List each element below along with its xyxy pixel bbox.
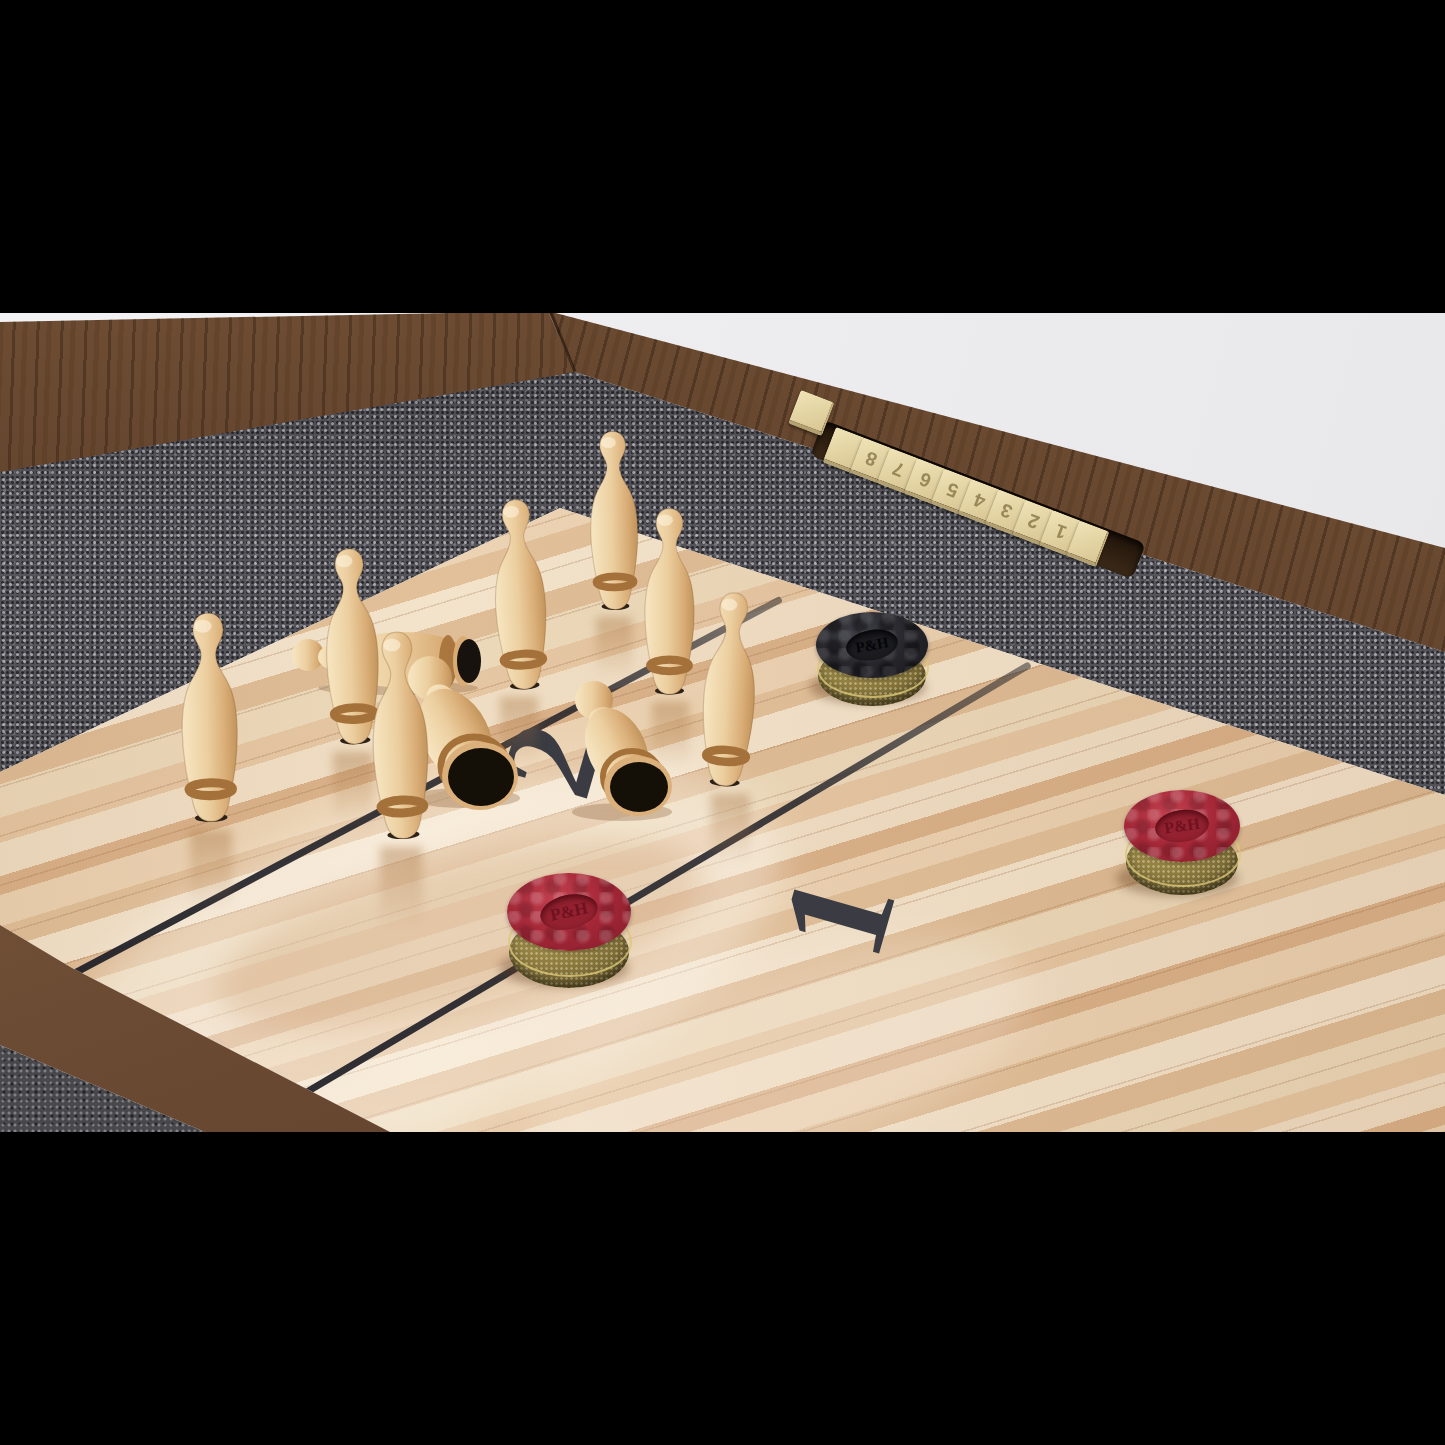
- puck-logo: P&H: [537, 889, 601, 934]
- pin-reflection: [190, 830, 232, 910]
- shuffleboard-scene: 8 7 6 5 4 3 2 1 2 1: [0, 313, 1445, 1132]
- puck-cap: P&H: [507, 873, 631, 951]
- puck-logo: P&H: [1153, 806, 1211, 845]
- letterbox-top: [0, 0, 1445, 313]
- puck-cap: P&H: [816, 612, 928, 678]
- puck-logo: P&H: [844, 626, 900, 665]
- pin-reflection: [596, 617, 632, 677]
- bowling-pin-standing[interactable]: [170, 607, 249, 828]
- shuffleboard-puck-red[interactable]: P&H: [507, 869, 631, 991]
- photo-area: 8 7 6 5 4 3 2 1 2 1: [0, 313, 1445, 1132]
- screenshot: 8 7 6 5 4 3 2 1 2 1: [0, 0, 1445, 1445]
- shuffleboard-puck-red[interactable]: P&H: [1124, 786, 1240, 900]
- bowling-pin-fallen[interactable]: [560, 672, 685, 827]
- bowling-pin-standing[interactable]: [690, 586, 770, 793]
- shuffleboard-puck-black[interactable]: P&H: [816, 608, 928, 708]
- bowling-pin-standing[interactable]: [359, 626, 441, 846]
- pin-reflection: [380, 847, 422, 927]
- letterbox-bottom: [0, 1132, 1445, 1445]
- puck-cap: P&H: [1124, 790, 1240, 862]
- pin-reflection: [711, 794, 750, 864]
- game-pieces: P&H P&H P&: [0, 313, 1445, 1132]
- bowling-pin-standing[interactable]: [636, 504, 703, 700]
